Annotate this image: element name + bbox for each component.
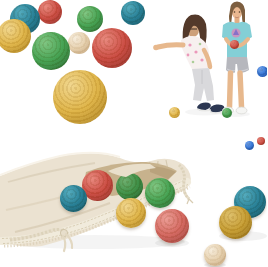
- blue-ball-small: [245, 141, 254, 150]
- blue-ball-right-edge: [257, 66, 268, 77]
- green-ball-at-feet: [222, 108, 232, 118]
- red-ball-by-bag: [155, 209, 189, 243]
- balls-layer-over: [0, 0, 267, 267]
- yellow-ball-by-bag: [116, 198, 146, 228]
- red-ball-small: [257, 137, 265, 145]
- product-photo-collage: [0, 0, 267, 267]
- red-ball-in-hands: [230, 40, 239, 49]
- green-ball-by-bag: [145, 178, 175, 208]
- yellow-ball-at-feet: [169, 107, 180, 118]
- yellow-ball-bottom-right: [219, 206, 252, 239]
